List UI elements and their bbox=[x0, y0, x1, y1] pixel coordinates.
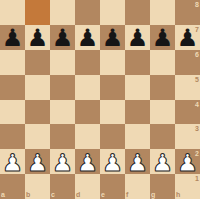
black-pawn[interactable]: ♟ bbox=[27, 26, 49, 50]
file-label-g: g bbox=[151, 191, 155, 198]
file-label-b: b bbox=[26, 191, 30, 198]
square-d1[interactable]: d bbox=[75, 174, 100, 199]
black-pawn[interactable]: ♟ bbox=[77, 26, 99, 50]
square-e8[interactable] bbox=[100, 0, 125, 25]
black-pawn[interactable]: ♟ bbox=[102, 26, 124, 50]
square-a8[interactable] bbox=[0, 0, 25, 25]
square-c4[interactable] bbox=[50, 100, 75, 125]
square-h6[interactable]: 6 bbox=[175, 50, 200, 75]
white-pawn[interactable]: ♟ bbox=[52, 151, 74, 175]
square-b8[interactable] bbox=[25, 0, 50, 25]
white-pawn[interactable]: ♟ bbox=[2, 151, 24, 175]
square-a4[interactable] bbox=[0, 100, 25, 125]
square-f3[interactable] bbox=[125, 124, 150, 149]
rank-label-6: 6 bbox=[195, 51, 199, 58]
white-pawn[interactable]: ♟ bbox=[102, 151, 124, 175]
square-e1[interactable]: e bbox=[100, 174, 125, 199]
square-g4[interactable] bbox=[150, 100, 175, 125]
square-g8[interactable] bbox=[150, 0, 175, 25]
square-d4[interactable] bbox=[75, 100, 100, 125]
square-e4[interactable] bbox=[100, 100, 125, 125]
rank-label-7: 7 bbox=[195, 26, 199, 33]
black-pawn[interactable]: ♟ bbox=[52, 26, 74, 50]
rank-label-3: 3 bbox=[195, 125, 199, 132]
square-f8[interactable] bbox=[125, 0, 150, 25]
square-b1[interactable]: b bbox=[25, 174, 50, 199]
rank-label-1: 1 bbox=[195, 175, 199, 182]
square-h8[interactable]: 8 bbox=[175, 0, 200, 25]
square-c8[interactable] bbox=[50, 0, 75, 25]
square-c1[interactable]: c bbox=[50, 174, 75, 199]
black-pawn[interactable]: ♟ bbox=[127, 26, 149, 50]
square-f2[interactable]: ♟ bbox=[125, 149, 150, 174]
black-pawn[interactable]: ♟ bbox=[2, 26, 24, 50]
square-f6[interactable] bbox=[125, 50, 150, 75]
square-f7[interactable]: ♟ bbox=[125, 25, 150, 50]
square-f1[interactable]: f bbox=[125, 174, 150, 199]
square-g1[interactable]: g bbox=[150, 174, 175, 199]
square-g6[interactable] bbox=[150, 50, 175, 75]
square-c5[interactable] bbox=[50, 75, 75, 100]
square-h7[interactable]: ♟7 bbox=[175, 25, 200, 50]
square-h2[interactable]: ♟2 bbox=[175, 149, 200, 174]
square-e3[interactable] bbox=[100, 124, 125, 149]
square-h3[interactable]: 3 bbox=[175, 124, 200, 149]
square-c2[interactable]: ♟ bbox=[50, 149, 75, 174]
square-e7[interactable]: ♟ bbox=[100, 25, 125, 50]
square-e2[interactable]: ♟ bbox=[100, 149, 125, 174]
square-g2[interactable]: ♟ bbox=[150, 149, 175, 174]
square-a1[interactable]: a bbox=[0, 174, 25, 199]
square-h5[interactable]: 5 bbox=[175, 75, 200, 100]
square-h1[interactable]: 1h bbox=[175, 174, 200, 199]
white-pawn[interactable]: ♟ bbox=[127, 151, 149, 175]
square-g3[interactable] bbox=[150, 124, 175, 149]
square-b3[interactable] bbox=[25, 124, 50, 149]
rank-label-4: 4 bbox=[195, 101, 199, 108]
file-label-d: d bbox=[76, 191, 80, 198]
square-e6[interactable] bbox=[100, 50, 125, 75]
file-label-c: c bbox=[51, 191, 55, 198]
rank-label-2: 2 bbox=[195, 150, 199, 157]
square-g5[interactable] bbox=[150, 75, 175, 100]
square-b5[interactable] bbox=[25, 75, 50, 100]
white-pawn[interactable]: ♟ bbox=[27, 151, 49, 175]
square-d5[interactable] bbox=[75, 75, 100, 100]
square-b4[interactable] bbox=[25, 100, 50, 125]
square-d6[interactable] bbox=[75, 50, 100, 75]
square-f5[interactable] bbox=[125, 75, 150, 100]
square-a7[interactable]: ♟ bbox=[0, 25, 25, 50]
square-h4[interactable]: 4 bbox=[175, 100, 200, 125]
square-d3[interactable] bbox=[75, 124, 100, 149]
file-label-h: h bbox=[176, 191, 180, 198]
square-a5[interactable] bbox=[0, 75, 25, 100]
square-c3[interactable] bbox=[50, 124, 75, 149]
square-b7[interactable]: ♟ bbox=[25, 25, 50, 50]
rank-label-8: 8 bbox=[195, 1, 199, 8]
rank-label-5: 5 bbox=[195, 76, 199, 83]
square-e5[interactable] bbox=[100, 75, 125, 100]
square-f4[interactable] bbox=[125, 100, 150, 125]
square-a3[interactable] bbox=[0, 124, 25, 149]
square-d2[interactable]: ♟ bbox=[75, 149, 100, 174]
white-pawn[interactable]: ♟ bbox=[77, 151, 99, 175]
white-pawn[interactable]: ♟ bbox=[152, 151, 174, 175]
file-label-e: e bbox=[101, 191, 105, 198]
square-g7[interactable]: ♟ bbox=[150, 25, 175, 50]
file-label-a: a bbox=[1, 191, 5, 198]
chess-board: 8♟♟♟♟♟♟♟♟76543♟♟♟♟♟♟♟♟2abcdefg1h bbox=[0, 0, 200, 199]
square-a2[interactable]: ♟ bbox=[0, 149, 25, 174]
square-c7[interactable]: ♟ bbox=[50, 25, 75, 50]
square-b6[interactable] bbox=[25, 50, 50, 75]
square-d8[interactable] bbox=[75, 0, 100, 25]
file-label-f: f bbox=[126, 191, 128, 198]
square-a6[interactable] bbox=[0, 50, 25, 75]
black-pawn[interactable]: ♟ bbox=[152, 26, 174, 50]
square-c6[interactable] bbox=[50, 50, 75, 75]
square-b2[interactable]: ♟ bbox=[25, 149, 50, 174]
square-d7[interactable]: ♟ bbox=[75, 25, 100, 50]
